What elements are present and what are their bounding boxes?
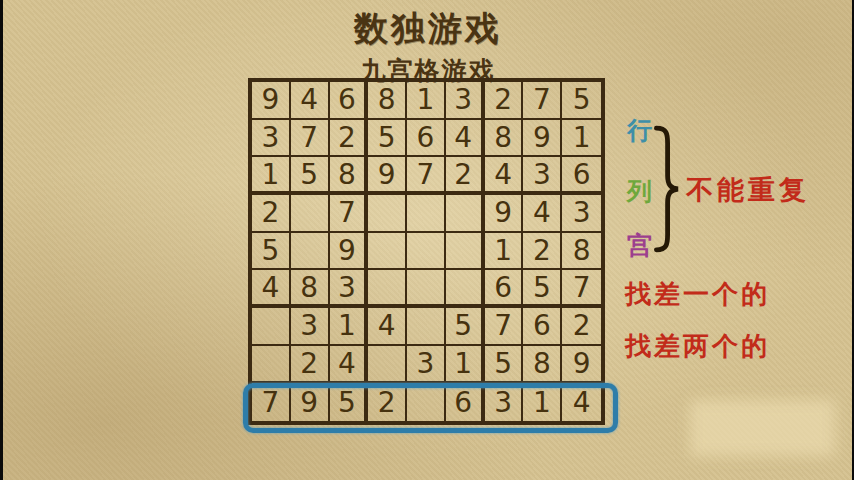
cell-r7c8[interactable]: 6: [523, 308, 562, 346]
cell-r8c4[interactable]: [368, 346, 407, 384]
cell-r9c1[interactable]: 7: [252, 383, 291, 421]
screen-edge-left: [0, 0, 3, 480]
cell-r2c3[interactable]: 2: [330, 120, 369, 158]
cell-r3c9[interactable]: 6: [562, 157, 601, 195]
cell-r3c2[interactable]: 5: [291, 157, 330, 195]
cell-r1c5[interactable]: 1: [407, 82, 446, 120]
cell-r4c3[interactable]: 7: [330, 195, 369, 233]
cell-r7c6[interactable]: 5: [446, 308, 485, 346]
cell-r2c6[interactable]: 4: [446, 120, 485, 158]
cell-r9c4[interactable]: 2: [368, 383, 407, 421]
cell-r8c2[interactable]: 2: [291, 346, 330, 384]
cell-r8c9[interactable]: 9: [562, 346, 601, 384]
blurred-watermark-area: [690, 400, 835, 456]
cell-r6c1[interactable]: 4: [252, 270, 291, 308]
cell-r7c7[interactable]: 7: [485, 308, 524, 346]
cell-r2c8[interactable]: 9: [523, 120, 562, 158]
cell-r2c9[interactable]: 1: [562, 120, 601, 158]
cell-r2c7[interactable]: 8: [485, 120, 524, 158]
cell-r5c2[interactable]: [291, 233, 330, 271]
cell-r6c7[interactable]: 6: [485, 270, 524, 308]
cell-r4c2[interactable]: [291, 195, 330, 233]
cell-r6c4[interactable]: [368, 270, 407, 308]
cell-r2c2[interactable]: 7: [291, 120, 330, 158]
cell-r8c6[interactable]: 1: [446, 346, 485, 384]
cell-r5c8[interactable]: 2: [523, 233, 562, 271]
cell-r3c3[interactable]: 8: [330, 157, 369, 195]
cell-r3c4[interactable]: 9: [368, 157, 407, 195]
cell-r6c3[interactable]: 3: [330, 270, 369, 308]
page-title: 数独游戏: [218, 6, 638, 52]
cell-r9c5[interactable]: [407, 383, 446, 421]
cell-r5c5[interactable]: [407, 233, 446, 271]
curly-brace-icon: [650, 110, 682, 268]
cell-r5c1[interactable]: 5: [252, 233, 291, 271]
cell-r3c7[interactable]: 4: [485, 157, 524, 195]
cell-r1c9[interactable]: 5: [562, 82, 601, 120]
box-rule-label: 宫: [627, 229, 652, 262]
cell-r2c4[interactable]: 5: [368, 120, 407, 158]
cell-r6c2[interactable]: 8: [291, 270, 330, 308]
cell-r7c1[interactable]: [252, 308, 291, 346]
cell-r8c7[interactable]: 5: [485, 346, 524, 384]
cell-r4c6[interactable]: [446, 195, 485, 233]
cell-r1c2[interactable]: 4: [291, 82, 330, 120]
cell-r7c2[interactable]: 3: [291, 308, 330, 346]
cell-r2c5[interactable]: 6: [407, 120, 446, 158]
cell-r6c9[interactable]: 7: [562, 270, 601, 308]
cell-r5c6[interactable]: [446, 233, 485, 271]
no-repeat-rule-text: 不能重复: [686, 172, 810, 208]
cell-r6c5[interactable]: [407, 270, 446, 308]
cell-r1c4[interactable]: 8: [368, 82, 407, 120]
sudoku-board: 9468132753725648911589724362794359128483…: [248, 78, 605, 425]
cell-r4c8[interactable]: 4: [523, 195, 562, 233]
cell-r8c5[interactable]: 3: [407, 346, 446, 384]
cell-r1c8[interactable]: 7: [523, 82, 562, 120]
cell-r3c6[interactable]: 2: [446, 157, 485, 195]
cell-r6c8[interactable]: 5: [523, 270, 562, 308]
cell-r7c3[interactable]: 1: [330, 308, 369, 346]
cell-r2c1[interactable]: 3: [252, 120, 291, 158]
cell-r5c3[interactable]: 9: [330, 233, 369, 271]
cell-r9c9[interactable]: 4: [562, 383, 601, 421]
row-rule-label: 行: [627, 114, 652, 147]
cell-r3c5[interactable]: 7: [407, 157, 446, 195]
cell-r8c1[interactable]: [252, 346, 291, 384]
cell-r4c4[interactable]: [368, 195, 407, 233]
cell-r6c6[interactable]: [446, 270, 485, 308]
cell-r9c3[interactable]: 5: [330, 383, 369, 421]
cell-r8c8[interactable]: 8: [523, 346, 562, 384]
cell-r1c7[interactable]: 2: [485, 82, 524, 120]
cell-r1c6[interactable]: 3: [446, 82, 485, 120]
cell-r9c8[interactable]: 1: [523, 383, 562, 421]
cell-r4c7[interactable]: 9: [485, 195, 524, 233]
header: 数独游戏 九宫格游戏: [218, 6, 638, 87]
cell-r9c6[interactable]: 6: [446, 383, 485, 421]
cell-r1c1[interactable]: 9: [252, 82, 291, 120]
column-rule-label: 列: [627, 175, 652, 208]
cell-r9c2[interactable]: 9: [291, 383, 330, 421]
cell-r5c7[interactable]: 1: [485, 233, 524, 271]
cell-r3c8[interactable]: 3: [523, 157, 562, 195]
cell-r1c3[interactable]: 6: [330, 82, 369, 120]
cell-r9c7[interactable]: 3: [485, 383, 524, 421]
hint-missing-one: 找差一个的: [625, 277, 770, 312]
cell-r3c1[interactable]: 1: [252, 157, 291, 195]
cell-r5c9[interactable]: 8: [562, 233, 601, 271]
cell-r4c1[interactable]: 2: [252, 195, 291, 233]
cell-r7c5[interactable]: [407, 308, 446, 346]
cell-r4c9[interactable]: 3: [562, 195, 601, 233]
hint-missing-two: 找差两个的: [625, 329, 770, 364]
cell-r8c3[interactable]: 4: [330, 346, 369, 384]
cell-r7c4[interactable]: 4: [368, 308, 407, 346]
cell-r5c4[interactable]: [368, 233, 407, 271]
cell-r7c9[interactable]: 2: [562, 308, 601, 346]
cell-r4c5[interactable]: [407, 195, 446, 233]
